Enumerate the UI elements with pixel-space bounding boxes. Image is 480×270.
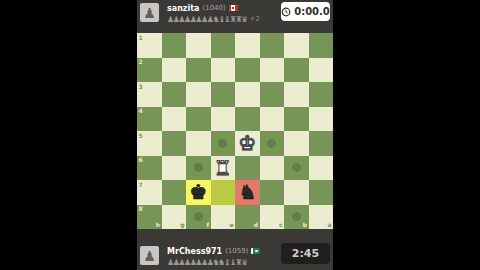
move-hint-dot-b8 xyxy=(292,212,301,221)
square-e2[interactable] xyxy=(211,58,236,83)
rank-label-4: 4 xyxy=(139,108,143,114)
white-rook[interactable]: ♜ xyxy=(214,156,232,181)
square-e1[interactable] xyxy=(211,33,236,58)
avatar-pawn-icon: ♟ xyxy=(143,5,156,22)
square-b1[interactable] xyxy=(284,33,309,58)
avatar-pawn-icon: ♟ xyxy=(143,248,156,265)
square-h7[interactable]: 7 xyxy=(137,180,162,205)
square-f7[interactable]: ♚ xyxy=(186,180,211,205)
file-label-g: g xyxy=(180,222,184,228)
square-f1[interactable] xyxy=(186,33,211,58)
clock-icon xyxy=(281,7,291,17)
square-a6[interactable] xyxy=(309,156,334,181)
rank-label-7: 7 xyxy=(139,182,143,188)
bottom-captured-pieces: ♟♟♟♟♟♟♟♟ ♞♞ ♝♝ ♜ ♛ xyxy=(167,258,247,267)
file-label-d: d xyxy=(254,222,258,228)
black-knight[interactable]: ♞ xyxy=(238,180,256,205)
square-f6[interactable] xyxy=(186,156,211,181)
move-hint-dot-b6 xyxy=(292,163,301,172)
square-b7[interactable] xyxy=(284,180,309,205)
square-c3[interactable] xyxy=(260,82,285,107)
square-h1[interactable]: 1 xyxy=(137,33,162,58)
square-f4[interactable] xyxy=(186,107,211,132)
square-a7[interactable] xyxy=(309,180,334,205)
square-d4[interactable] xyxy=(235,107,260,132)
square-g6[interactable] xyxy=(162,156,187,181)
square-b4[interactable] xyxy=(284,107,309,132)
square-b6[interactable] xyxy=(284,156,309,181)
rank-label-2: 2 xyxy=(139,59,143,65)
square-a8[interactable]: a xyxy=(309,205,334,230)
square-e8[interactable]: e xyxy=(211,205,236,230)
square-c5[interactable] xyxy=(260,131,285,156)
square-d1[interactable] xyxy=(235,33,260,58)
rank-label-6: 6 xyxy=(139,157,143,163)
move-hint-dot-f6 xyxy=(194,163,203,172)
square-h3[interactable]: 3 xyxy=(137,82,162,107)
bottom-player-clock: 2:45 xyxy=(281,243,330,264)
square-g1[interactable] xyxy=(162,33,187,58)
top-player-name: sanzita xyxy=(167,4,199,13)
file-label-b: b xyxy=(303,222,307,228)
square-e3[interactable] xyxy=(211,82,236,107)
bottom-player-bar: ♟ MrChess971 (1059) ♟♟♟♟♟♟♟♟ ♞♞ ♝♝ ♜ ♛ 2… xyxy=(137,229,333,270)
square-b2[interactable] xyxy=(284,58,309,83)
square-a1[interactable] xyxy=(309,33,334,58)
square-g5[interactable] xyxy=(162,131,187,156)
top-player-rating: (1040) xyxy=(202,4,225,12)
file-label-a: a xyxy=(327,222,331,228)
top-captured-pieces: ♟♟♟♟♟♟♟♟ ♞ ♝♝ ♜♜ ♛ xyxy=(167,15,247,24)
square-e4[interactable] xyxy=(211,107,236,132)
file-label-c: c xyxy=(279,222,283,228)
square-h5[interactable]: 5 xyxy=(137,131,162,156)
rank-label-1: 1 xyxy=(139,35,143,41)
square-a4[interactable] xyxy=(309,107,334,132)
bottom-clock-time: 2:45 xyxy=(292,247,319,260)
square-g4[interactable] xyxy=(162,107,187,132)
top-player-bar: ♟ sanzita (1040) ♟♟♟♟♟♟♟♟ ♞ ♝♝ ♜♜ ♛ +2 xyxy=(137,0,333,33)
square-h2[interactable]: 2 xyxy=(137,58,162,83)
top-clock-time: 0:00.0 xyxy=(294,6,330,17)
square-g7[interactable] xyxy=(162,180,187,205)
square-d3[interactable] xyxy=(235,82,260,107)
square-d5[interactable]: ♚ xyxy=(235,131,260,156)
square-c7[interactable] xyxy=(260,180,285,205)
black-king[interactable]: ♚ xyxy=(189,180,207,205)
square-f2[interactable] xyxy=(186,58,211,83)
square-a3[interactable] xyxy=(309,82,334,107)
square-d2[interactable] xyxy=(235,58,260,83)
move-hint-dot-e5 xyxy=(218,139,227,148)
square-d6[interactable] xyxy=(235,156,260,181)
square-d8[interactable]: d xyxy=(235,205,260,230)
chess-board: 12345♚6♜7♚♞8hgfedcba xyxy=(137,33,333,229)
file-label-h: h xyxy=(156,222,160,228)
square-d7[interactable]: ♞ xyxy=(235,180,260,205)
bottom-player-rating: (1059) xyxy=(225,247,248,255)
square-g2[interactable] xyxy=(162,58,187,83)
square-c4[interactable] xyxy=(260,107,285,132)
square-e5[interactable] xyxy=(211,131,236,156)
file-label-f: f xyxy=(206,222,209,228)
canada-flag-icon xyxy=(229,5,238,11)
bottom-player-name: MrChess971 xyxy=(167,247,222,256)
material-advantage-badge: +2 xyxy=(250,15,260,23)
square-a2[interactable] xyxy=(309,58,334,83)
pakistan-flag-icon xyxy=(251,248,260,254)
rank-label-8: 8 xyxy=(139,206,143,212)
top-player-avatar[interactable]: ♟ xyxy=(140,3,159,22)
white-king[interactable]: ♚ xyxy=(238,131,256,156)
square-g3[interactable] xyxy=(162,82,187,107)
square-c6[interactable] xyxy=(260,156,285,181)
square-g8[interactable]: g xyxy=(162,205,187,230)
square-f8[interactable]: f xyxy=(186,205,211,230)
top-player-info[interactable]: sanzita (1040) ♟♟♟♟♟♟♟♟ ♞ ♝♝ ♜♜ ♛ +2 xyxy=(167,3,260,24)
square-b5[interactable] xyxy=(284,131,309,156)
square-e7[interactable] xyxy=(211,180,236,205)
file-label-e: e xyxy=(229,222,233,228)
square-f5[interactable] xyxy=(186,131,211,156)
move-hint-dot-f8 xyxy=(194,212,203,221)
square-c2[interactable] xyxy=(260,58,285,83)
rank-label-5: 5 xyxy=(139,133,143,139)
square-b3[interactable] xyxy=(284,82,309,107)
square-a5[interactable] xyxy=(309,131,334,156)
screenshot-root: ♟ sanzita (1040) ♟♟♟♟♟♟♟♟ ♞ ♝♝ ♜♜ ♛ +2 xyxy=(0,0,480,270)
square-b8[interactable]: b xyxy=(284,205,309,230)
square-h6[interactable]: 6 xyxy=(137,156,162,181)
square-h4[interactable]: 4 xyxy=(137,107,162,132)
square-h8[interactable]: 8h xyxy=(137,205,162,230)
move-hint-dot-c5 xyxy=(267,139,276,148)
square-c1[interactable] xyxy=(260,33,285,58)
chess-app: ♟ sanzita (1040) ♟♟♟♟♟♟♟♟ ♞ ♝♝ ♜♜ ♛ +2 xyxy=(137,0,333,270)
bottom-player-info[interactable]: MrChess971 (1059) ♟♟♟♟♟♟♟♟ ♞♞ ♝♝ ♜ ♛ xyxy=(167,246,260,267)
rank-label-3: 3 xyxy=(139,84,143,90)
square-f3[interactable] xyxy=(186,82,211,107)
square-c8[interactable]: c xyxy=(260,205,285,230)
top-player-clock: 0:00.0 xyxy=(281,2,330,21)
square-e6[interactable]: ♜ xyxy=(211,156,236,181)
bottom-player-avatar[interactable]: ♟ xyxy=(140,246,159,265)
